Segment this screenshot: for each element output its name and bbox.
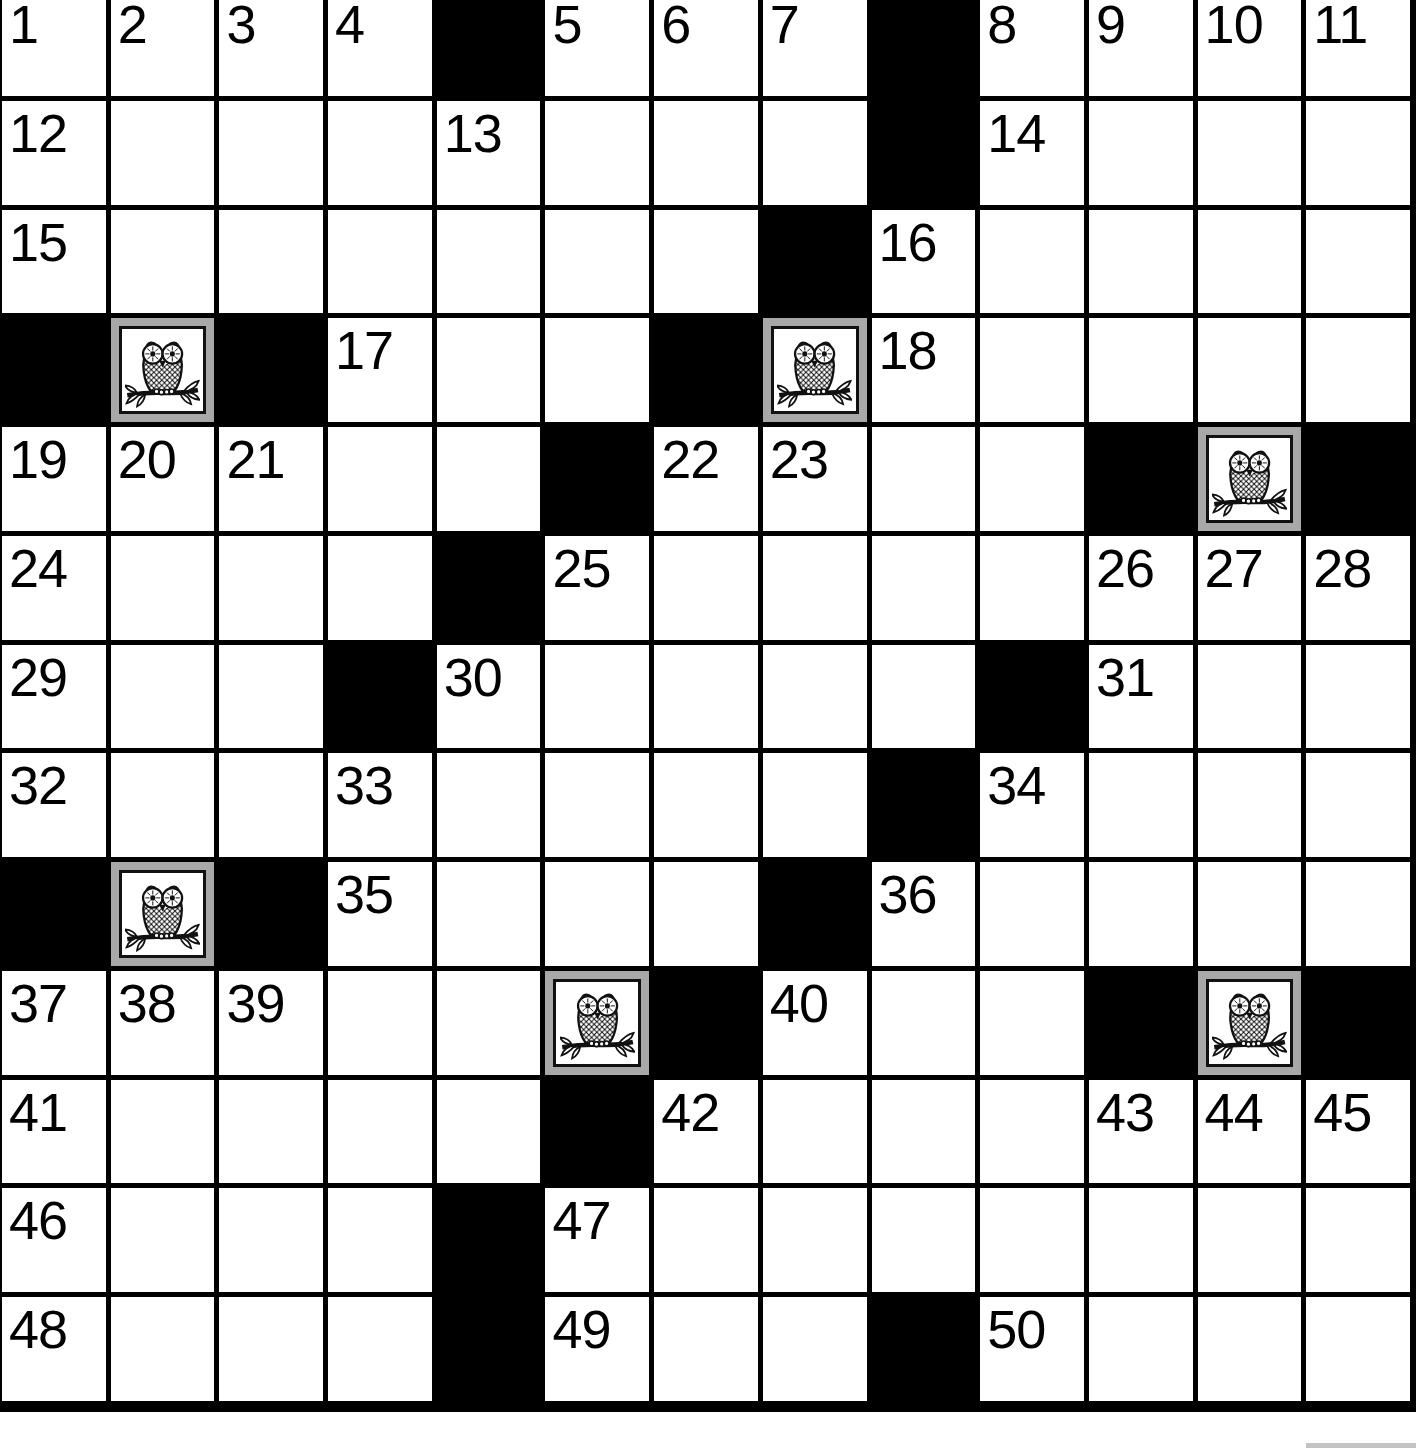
grid-cell[interactable]: 4 <box>328 0 432 96</box>
black-cell <box>654 318 758 422</box>
clue-number: 44 <box>1205 1085 1263 1139</box>
clue-number: 16 <box>879 215 937 269</box>
clue-number: 39 <box>226 976 284 1030</box>
grid-cell[interactable]: 35 <box>328 862 432 966</box>
clue-number: 47 <box>552 1193 610 1247</box>
grid-cell[interactable] <box>1089 862 1193 966</box>
black-cell <box>328 645 432 749</box>
grid-cell[interactable]: 5 <box>545 0 649 96</box>
grid-cell[interactable] <box>980 210 1084 314</box>
clue-number: 7 <box>770 0 799 51</box>
grid-cell[interactable] <box>545 862 649 966</box>
grid-cell[interactable] <box>1198 1188 1302 1292</box>
grid-cell[interactable] <box>1089 1297 1193 1401</box>
grid-cell[interactable] <box>1089 101 1193 205</box>
grid-cell[interactable]: 31 <box>1089 645 1193 749</box>
clue-number: 6 <box>661 0 690 51</box>
grid-cell[interactable] <box>111 1188 215 1292</box>
clue-number: 20 <box>118 432 176 486</box>
grid-cell[interactable] <box>545 210 649 314</box>
grid-cell[interactable] <box>1089 753 1193 857</box>
grid-cell[interactable] <box>545 753 649 857</box>
grid-cell[interactable]: 6 <box>654 0 758 96</box>
black-cell <box>1306 971 1410 1075</box>
grid-cell[interactable] <box>328 210 432 314</box>
clue-number: 41 <box>9 1085 67 1139</box>
grid-cell[interactable] <box>1306 1188 1410 1292</box>
grid-cell[interactable] <box>654 536 758 640</box>
grid-cell[interactable]: 16 <box>872 210 976 314</box>
grid-cell[interactable] <box>437 1080 541 1184</box>
clue-number: 45 <box>1313 1085 1371 1139</box>
grid-cell[interactable] <box>1198 862 1302 966</box>
black-cell <box>1089 971 1193 1075</box>
grid-cell[interactable]: 33 <box>328 753 432 857</box>
grid-cell[interactable] <box>872 1188 976 1292</box>
grid-cell[interactable] <box>545 645 649 749</box>
clue-number: 43 <box>1096 1085 1154 1139</box>
clue-number: 38 <box>118 976 176 1030</box>
grid-cell[interactable]: 41 <box>2 1080 106 1184</box>
grid-cell[interactable] <box>1198 753 1302 857</box>
clue-number: 33 <box>335 758 393 812</box>
grid-cell[interactable]: 15 <box>2 210 106 314</box>
grid-cell[interactable]: 12 <box>2 101 106 205</box>
grid-cell[interactable] <box>328 101 432 205</box>
clue-number: 50 <box>987 1302 1045 1356</box>
clue-number: 17 <box>335 323 393 377</box>
black-cell <box>1306 427 1410 531</box>
grid-cell[interactable] <box>219 101 323 205</box>
grid-cell[interactable] <box>437 753 541 857</box>
grid-cell[interactable] <box>219 536 323 640</box>
grid-cell[interactable] <box>111 645 215 749</box>
black-cell <box>437 536 541 640</box>
black-cell <box>437 0 541 96</box>
grid-cell[interactable]: 45 <box>1306 1080 1410 1184</box>
grid-cell[interactable]: 22 <box>654 427 758 531</box>
black-cell <box>872 101 976 205</box>
clue-number: 48 <box>9 1302 67 1356</box>
grid-cell[interactable] <box>437 427 541 531</box>
grid-cell[interactable] <box>980 971 1084 1075</box>
grid-cell[interactable] <box>111 1297 215 1401</box>
grid-cell[interactable] <box>654 1297 758 1401</box>
black-cell <box>219 862 323 966</box>
clue-number: 26 <box>1096 541 1154 595</box>
owl-icon <box>1212 441 1287 518</box>
grid-cell[interactable]: 27 <box>1198 536 1302 640</box>
clue-number: 14 <box>987 106 1045 160</box>
grid-cell[interactable] <box>1306 318 1410 422</box>
owl-cell <box>111 862 215 966</box>
grid-cell[interactable] <box>1089 1188 1193 1292</box>
owl-cell <box>763 318 867 422</box>
grid-cell[interactable] <box>111 1080 215 1184</box>
grid-cell[interactable] <box>328 536 432 640</box>
owl-cell <box>111 318 215 422</box>
grid-cell[interactable] <box>654 1188 758 1292</box>
grid-cell[interactable] <box>437 971 541 1075</box>
grid-cell[interactable] <box>437 210 541 314</box>
crossword-page: 12345678910111213141516 <box>0 0 1416 1448</box>
grid-cell[interactable] <box>763 753 867 857</box>
grid-cell[interactable] <box>980 427 1084 531</box>
black-cell <box>1089 427 1193 531</box>
clue-number: 12 <box>9 106 67 160</box>
black-cell <box>763 862 867 966</box>
black-cell <box>872 1297 976 1401</box>
clue-number: 30 <box>444 650 502 704</box>
clue-number: 25 <box>552 541 610 595</box>
owl-icon <box>777 332 852 409</box>
grid-cell[interactable]: 10 <box>1198 0 1302 96</box>
grid-cell[interactable] <box>111 210 215 314</box>
grid-cell[interactable]: 32 <box>2 753 106 857</box>
grid-cell[interactable]: 1 <box>2 0 106 96</box>
grid-cell[interactable] <box>763 1080 867 1184</box>
owl-frame <box>119 870 207 958</box>
grid-cell[interactable]: 46 <box>2 1188 106 1292</box>
grid-cell[interactable]: 42 <box>654 1080 758 1184</box>
grid-cell[interactable]: 7 <box>763 0 867 96</box>
grid-cell[interactable] <box>980 862 1084 966</box>
black-cell <box>654 971 758 1075</box>
grid-cell[interactable]: 34 <box>980 753 1084 857</box>
black-cell <box>872 753 976 857</box>
clue-number: 13 <box>444 106 502 160</box>
crossword-grid: 12345678910111213141516 <box>0 0 1416 1412</box>
grid-cell[interactable]: 47 <box>545 1188 649 1292</box>
grid-cell[interactable]: 44 <box>1198 1080 1302 1184</box>
clue-number: 1 <box>9 0 38 51</box>
grid-cell[interactable] <box>763 1188 867 1292</box>
bottom-edge-sliver <box>1306 1443 1416 1448</box>
grid-cell[interactable]: 2 <box>111 0 215 96</box>
clue-number: 36 <box>879 867 937 921</box>
black-cell <box>872 0 976 96</box>
owl-frame <box>1206 435 1294 523</box>
grid-cell[interactable] <box>1306 210 1410 314</box>
grid-cell[interactable]: 17 <box>328 318 432 422</box>
grid-cell[interactable] <box>1306 101 1410 205</box>
clue-number: 9 <box>1096 0 1125 51</box>
grid-cell[interactable]: 21 <box>219 427 323 531</box>
grid-cell[interactable] <box>654 101 758 205</box>
grid-cell[interactable]: 29 <box>2 645 106 749</box>
grid-cell[interactable] <box>1198 210 1302 314</box>
grid-cell[interactable]: 13 <box>437 101 541 205</box>
clue-number: 37 <box>9 976 67 1030</box>
grid-cell[interactable] <box>328 1188 432 1292</box>
grid-cell[interactable]: 28 <box>1306 536 1410 640</box>
grid-cell[interactable]: 26 <box>1089 536 1193 640</box>
grid-cell[interactable]: 9 <box>1089 0 1193 96</box>
clue-number: 21 <box>226 432 284 486</box>
grid-cell[interactable]: 23 <box>763 427 867 531</box>
grid-cell[interactable] <box>1306 753 1410 857</box>
grid-cell[interactable] <box>654 862 758 966</box>
grid-cell[interactable] <box>872 971 976 1075</box>
owl-icon <box>125 876 200 953</box>
clue-number: 32 <box>9 758 67 812</box>
grid-cell[interactable] <box>545 318 649 422</box>
grid-cell[interactable] <box>872 536 976 640</box>
clue-number: 42 <box>661 1085 719 1139</box>
grid-cell[interactable] <box>1306 1297 1410 1401</box>
grid-cell[interactable]: 14 <box>980 101 1084 205</box>
clue-number: 27 <box>1205 541 1263 595</box>
clue-number: 2 <box>118 0 147 51</box>
grid-cell[interactable]: 50 <box>980 1297 1084 1401</box>
grid-cell[interactable] <box>111 101 215 205</box>
clue-number: 5 <box>552 0 581 51</box>
grid-cell[interactable] <box>328 427 432 531</box>
grid-cell[interactable]: 37 <box>2 971 106 1075</box>
grid-cell[interactable] <box>1089 318 1193 422</box>
grid-cell[interactable] <box>1198 318 1302 422</box>
clue-number: 4 <box>335 0 364 51</box>
clue-number: 46 <box>9 1193 67 1247</box>
clue-number: 29 <box>9 650 67 704</box>
grid-cell[interactable] <box>980 536 1084 640</box>
grid-cell[interactable] <box>980 318 1084 422</box>
grid-cell[interactable] <box>980 1188 1084 1292</box>
clue-number: 11 <box>1313 0 1367 51</box>
grid-cell[interactable] <box>328 1297 432 1401</box>
clue-number: 28 <box>1313 541 1371 595</box>
black-cell <box>545 1080 649 1184</box>
grid-cell[interactable] <box>872 1080 976 1184</box>
clue-number: 34 <box>987 758 1045 812</box>
grid-cell[interactable] <box>654 645 758 749</box>
grid-cell[interactable] <box>437 862 541 966</box>
grid-cell[interactable]: 43 <box>1089 1080 1193 1184</box>
grid-cell[interactable]: 49 <box>545 1297 649 1401</box>
clue-number: 23 <box>770 432 828 486</box>
grid-cell[interactable] <box>654 753 758 857</box>
clue-number: 10 <box>1205 0 1263 51</box>
grid-cell[interactable] <box>219 1188 323 1292</box>
clue-number: 22 <box>661 432 719 486</box>
clue-number: 18 <box>879 323 937 377</box>
grid-cell[interactable]: 19 <box>2 427 106 531</box>
grid-cell[interactable]: 30 <box>437 645 541 749</box>
clue-number: 19 <box>9 432 67 486</box>
owl-cell <box>1198 427 1302 531</box>
black-cell <box>437 1188 541 1292</box>
owl-frame <box>1206 979 1294 1067</box>
grid-cell[interactable]: 38 <box>111 971 215 1075</box>
owl-icon <box>560 984 635 1061</box>
clue-number: 15 <box>9 215 67 269</box>
clue-number: 40 <box>770 976 828 1030</box>
grid-cell[interactable] <box>1306 645 1410 749</box>
grid-cell[interactable] <box>654 210 758 314</box>
grid-cell[interactable]: 40 <box>763 971 867 1075</box>
grid-cell[interactable] <box>219 645 323 749</box>
grid-cell[interactable] <box>1198 1297 1302 1401</box>
grid-cell[interactable]: 18 <box>872 318 976 422</box>
owl-cell <box>545 971 649 1075</box>
grid-cell[interactable] <box>437 318 541 422</box>
grid-cell[interactable] <box>763 536 867 640</box>
grid-cell[interactable]: 8 <box>980 0 1084 96</box>
grid-cell[interactable]: 48 <box>2 1297 106 1401</box>
grid-cell[interactable] <box>111 753 215 857</box>
grid-cell[interactable] <box>111 536 215 640</box>
black-cell <box>545 427 649 531</box>
owl-icon <box>1212 984 1287 1061</box>
grid-cell[interactable] <box>219 1297 323 1401</box>
grid-cell[interactable]: 36 <box>872 862 976 966</box>
clue-number: 49 <box>552 1302 610 1356</box>
grid-cell[interactable] <box>1306 862 1410 966</box>
owl-frame <box>771 326 859 414</box>
black-cell <box>219 318 323 422</box>
grid-cell[interactable]: 39 <box>219 971 323 1075</box>
grid-cell[interactable] <box>1198 645 1302 749</box>
clue-number: 3 <box>226 0 255 51</box>
clue-number: 8 <box>987 0 1016 51</box>
grid-cell[interactable] <box>219 753 323 857</box>
grid-cell[interactable]: 24 <box>2 536 106 640</box>
black-cell <box>763 210 867 314</box>
grid-cell[interactable] <box>763 1297 867 1401</box>
grid-cell[interactable]: 25 <box>545 536 649 640</box>
grid-cell[interactable] <box>1089 210 1193 314</box>
black-cell <box>980 645 1084 749</box>
grid-cell[interactable] <box>219 210 323 314</box>
black-cell <box>437 1297 541 1401</box>
owl-frame <box>553 979 641 1067</box>
grid-cell[interactable] <box>545 101 649 205</box>
owl-cell <box>1198 971 1302 1075</box>
grid-cell[interactable]: 11 <box>1306 0 1410 96</box>
grid-cell[interactable] <box>219 1080 323 1184</box>
clue-number: 31 <box>1096 650 1154 704</box>
black-cell <box>2 318 106 422</box>
clue-number: 35 <box>335 867 393 921</box>
grid-cell[interactable]: 20 <box>111 427 215 531</box>
grid-cell[interactable] <box>872 645 976 749</box>
owl-frame <box>119 326 207 414</box>
grid-cell[interactable] <box>328 971 432 1075</box>
grid-cell[interactable]: 3 <box>219 0 323 96</box>
grid-cell[interactable] <box>872 427 976 531</box>
grid-cell[interactable] <box>763 101 867 205</box>
black-cell <box>2 862 106 966</box>
grid-cell[interactable] <box>1198 101 1302 205</box>
grid-cell[interactable] <box>763 645 867 749</box>
clue-number: 24 <box>9 541 67 595</box>
grid-cell[interactable] <box>328 1080 432 1184</box>
grid-cell[interactable] <box>980 1080 1084 1184</box>
owl-icon <box>125 332 200 409</box>
